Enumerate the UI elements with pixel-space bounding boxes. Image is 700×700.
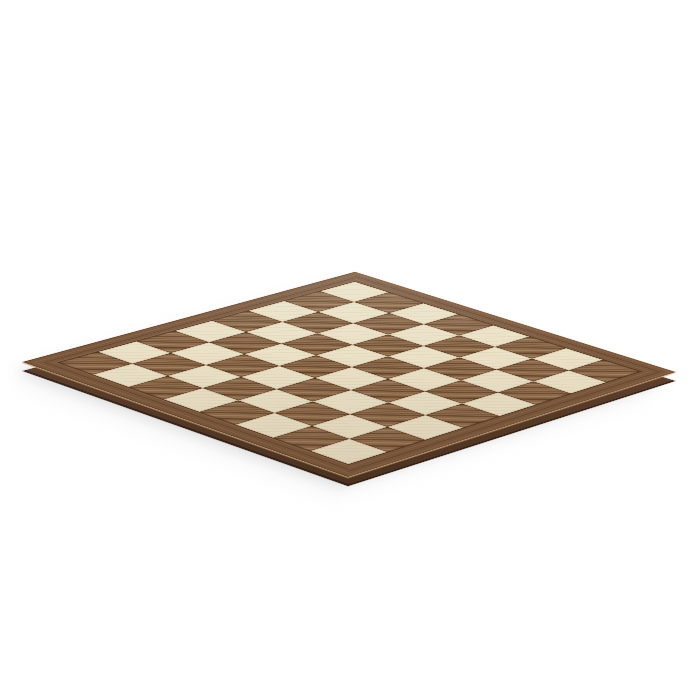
chessboard (23, 272, 675, 477)
playing-field (59, 282, 640, 465)
product-photo (0, 0, 700, 700)
